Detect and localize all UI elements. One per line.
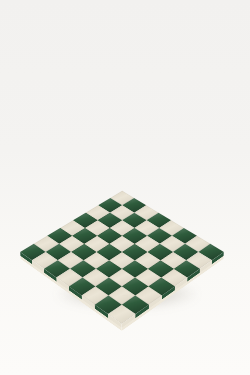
chess-scene: ♜♞♝♛♚♝♞♜♟♟♟♟♟♟♟♟♟♟♟♟♟♟♟♟♜♞♝♛♚♝♞♜ <box>0 0 250 375</box>
photo-backdrop: ♜♞♝♛♚♝♞♜♟♟♟♟♟♟♟♟♟♟♟♟♟♟♟♟♜♞♝♛♚♝♞♜ <box>0 0 250 375</box>
